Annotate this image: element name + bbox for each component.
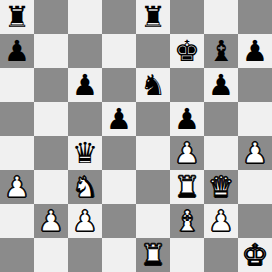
- square-d4[interactable]: [102, 136, 136, 170]
- square-g8[interactable]: [204, 0, 238, 34]
- piece-white-queen: ♛: [208, 170, 234, 204]
- square-e3[interactable]: [136, 170, 170, 204]
- square-e6[interactable]: ♞: [136, 68, 170, 102]
- square-c4[interactable]: ♛: [68, 136, 102, 170]
- piece-white-pawn: ♟: [242, 136, 268, 170]
- square-c2[interactable]: ♟: [68, 204, 102, 238]
- square-c3[interactable]: ♞: [68, 170, 102, 204]
- piece-black-king: ♚: [174, 34, 200, 68]
- square-a8[interactable]: ♜: [0, 0, 34, 34]
- piece-black-pawn: ♟: [106, 102, 132, 136]
- square-f3[interactable]: ♜: [170, 170, 204, 204]
- square-h3[interactable]: [238, 170, 272, 204]
- square-h5[interactable]: [238, 102, 272, 136]
- square-g2[interactable]: ♟: [204, 204, 238, 238]
- piece-white-rook: ♜: [174, 170, 200, 204]
- square-g5[interactable]: [204, 102, 238, 136]
- square-f8[interactable]: [170, 0, 204, 34]
- square-h4[interactable]: ♟: [238, 136, 272, 170]
- square-d5[interactable]: ♟: [102, 102, 136, 136]
- square-d8[interactable]: [102, 0, 136, 34]
- piece-black-rook: ♜: [140, 0, 166, 34]
- piece-white-king: ♚: [242, 238, 268, 272]
- square-a3[interactable]: ♟: [0, 170, 34, 204]
- piece-black-knight: ♞: [140, 68, 166, 102]
- piece-black-pawn: ♟: [4, 34, 30, 68]
- square-c7[interactable]: [68, 34, 102, 68]
- piece-white-pawn: ♟: [38, 204, 64, 238]
- piece-black-rook: ♜: [4, 0, 30, 34]
- square-f2[interactable]: ♝: [170, 204, 204, 238]
- square-h2[interactable]: [238, 204, 272, 238]
- square-h1[interactable]: ♚: [238, 238, 272, 272]
- square-g3[interactable]: ♛: [204, 170, 238, 204]
- square-g6[interactable]: ♟: [204, 68, 238, 102]
- square-f7[interactable]: ♚: [170, 34, 204, 68]
- chess-board: ♜♜♟♚♝♟♟♞♟♟♟♛♟♟♟♞♜♛♟♟♝♟♜♚: [0, 0, 272, 272]
- square-a7[interactable]: ♟: [0, 34, 34, 68]
- square-e5[interactable]: [136, 102, 170, 136]
- square-b5[interactable]: [34, 102, 68, 136]
- square-b6[interactable]: [34, 68, 68, 102]
- square-c5[interactable]: [68, 102, 102, 136]
- piece-black-pawn: ♟: [174, 102, 200, 136]
- square-h8[interactable]: [238, 0, 272, 34]
- square-g4[interactable]: [204, 136, 238, 170]
- square-f4[interactable]: ♟: [170, 136, 204, 170]
- piece-black-bishop: ♝: [208, 34, 234, 68]
- square-e4[interactable]: [136, 136, 170, 170]
- square-a1[interactable]: [0, 238, 34, 272]
- square-f1[interactable]: [170, 238, 204, 272]
- square-d3[interactable]: [102, 170, 136, 204]
- square-f5[interactable]: ♟: [170, 102, 204, 136]
- square-b4[interactable]: [34, 136, 68, 170]
- square-b3[interactable]: [34, 170, 68, 204]
- square-b1[interactable]: [34, 238, 68, 272]
- square-d2[interactable]: [102, 204, 136, 238]
- square-d1[interactable]: [102, 238, 136, 272]
- square-h7[interactable]: ♟: [238, 34, 272, 68]
- square-b8[interactable]: [34, 0, 68, 34]
- square-e7[interactable]: [136, 34, 170, 68]
- square-c8[interactable]: [68, 0, 102, 34]
- square-e8[interactable]: ♜: [136, 0, 170, 34]
- square-h6[interactable]: [238, 68, 272, 102]
- square-c6[interactable]: ♟: [68, 68, 102, 102]
- square-d7[interactable]: [102, 34, 136, 68]
- square-d6[interactable]: [102, 68, 136, 102]
- square-b2[interactable]: ♟: [34, 204, 68, 238]
- square-a6[interactable]: [0, 68, 34, 102]
- square-g7[interactable]: ♝: [204, 34, 238, 68]
- square-g1[interactable]: [204, 238, 238, 272]
- piece-white-pawn: ♟: [72, 204, 98, 238]
- square-b7[interactable]: [34, 34, 68, 68]
- piece-white-bishop: ♝: [174, 204, 200, 238]
- square-e2[interactable]: [136, 204, 170, 238]
- piece-white-rook: ♜: [140, 238, 166, 272]
- piece-black-pawn: ♟: [242, 34, 268, 68]
- square-a5[interactable]: [0, 102, 34, 136]
- piece-white-pawn: ♟: [208, 204, 234, 238]
- square-f6[interactable]: [170, 68, 204, 102]
- square-a2[interactable]: [0, 204, 34, 238]
- piece-black-pawn: ♟: [72, 68, 98, 102]
- piece-black-queen: ♛: [72, 136, 98, 170]
- square-e1[interactable]: ♜: [136, 238, 170, 272]
- piece-white-pawn: ♟: [174, 136, 200, 170]
- piece-white-knight: ♞: [72, 170, 98, 204]
- piece-black-pawn: ♟: [208, 68, 234, 102]
- square-c1[interactable]: [68, 238, 102, 272]
- square-a4[interactable]: [0, 136, 34, 170]
- piece-white-pawn: ♟: [4, 170, 30, 204]
